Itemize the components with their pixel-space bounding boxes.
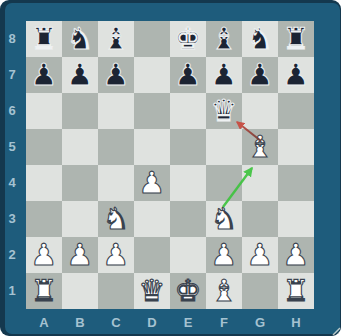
rank-label-1: 1 xyxy=(0,273,24,309)
rank-label-5: 5 xyxy=(0,129,24,165)
square-h5[interactable] xyxy=(278,129,314,165)
black-queen: ♛ xyxy=(211,96,238,126)
square-f1[interactable]: ♝ xyxy=(206,273,242,309)
square-g6[interactable] xyxy=(242,93,278,129)
square-e3[interactable] xyxy=(170,201,206,237)
white-rook: ♜ xyxy=(283,276,310,306)
square-a4[interactable] xyxy=(26,165,62,201)
square-g8[interactable]: ♞ xyxy=(242,21,278,57)
black-rook: ♜ xyxy=(31,24,58,54)
square-e1[interactable]: ♚ xyxy=(170,273,206,309)
square-d4[interactable]: ♟ xyxy=(134,165,170,201)
square-a5[interactable] xyxy=(26,129,62,165)
file-label-a: A xyxy=(26,310,62,336)
square-c5[interactable] xyxy=(98,129,134,165)
file-label-e: E xyxy=(170,310,206,336)
black-rook: ♜ xyxy=(283,24,310,54)
square-b2[interactable]: ♟ xyxy=(62,237,98,273)
square-e4[interactable] xyxy=(170,165,206,201)
black-pawn: ♟ xyxy=(175,60,202,90)
file-label-h: H xyxy=(278,310,314,336)
white-knight: ♞ xyxy=(103,204,130,234)
square-a7[interactable]: ♟ xyxy=(26,57,62,93)
white-pawn: ♟ xyxy=(283,240,310,270)
white-king: ♚ xyxy=(175,276,202,306)
rank-label-2: 2 xyxy=(0,237,24,273)
chess-board-widget: ♜♞♝♚♝♞♜♟♟♟♟♟♟♟♛♝♟♞♞♟♟♟♟♟♟♜♛♚♝♜ 87654321 … xyxy=(0,0,341,336)
square-c2[interactable]: ♟ xyxy=(98,237,134,273)
white-pawn: ♟ xyxy=(139,168,166,198)
white-queen: ♛ xyxy=(139,276,166,306)
rank-label-3: 3 xyxy=(0,201,24,237)
square-b8[interactable]: ♞ xyxy=(62,21,98,57)
chess-board[interactable]: ♜♞♝♚♝♞♜♟♟♟♟♟♟♟♛♝♟♞♞♟♟♟♟♟♟♜♛♚♝♜ xyxy=(26,21,314,309)
file-label-d: D xyxy=(134,310,170,336)
square-g1[interactable] xyxy=(242,273,278,309)
file-label-c: C xyxy=(98,310,134,336)
rank-label-6: 6 xyxy=(0,93,24,129)
square-c3[interactable]: ♞ xyxy=(98,201,134,237)
black-pawn: ♟ xyxy=(211,60,238,90)
white-rook: ♜ xyxy=(31,276,58,306)
black-pawn: ♟ xyxy=(103,60,130,90)
square-e2[interactable] xyxy=(170,237,206,273)
square-b1[interactable] xyxy=(62,273,98,309)
square-a8[interactable]: ♜ xyxy=(26,21,62,57)
square-d3[interactable] xyxy=(134,201,170,237)
square-f2[interactable]: ♟ xyxy=(206,237,242,273)
square-d7[interactable] xyxy=(134,57,170,93)
square-e5[interactable] xyxy=(170,129,206,165)
square-e7[interactable]: ♟ xyxy=(170,57,206,93)
white-pawn: ♟ xyxy=(103,240,130,270)
file-label-b: B xyxy=(62,310,98,336)
black-knight: ♞ xyxy=(247,24,274,54)
square-c7[interactable]: ♟ xyxy=(98,57,134,93)
square-d8[interactable] xyxy=(134,21,170,57)
square-h3[interactable] xyxy=(278,201,314,237)
square-d5[interactable] xyxy=(134,129,170,165)
white-pawn: ♟ xyxy=(31,240,58,270)
square-d6[interactable] xyxy=(134,93,170,129)
rank-label-4: 4 xyxy=(0,165,24,201)
white-pawn: ♟ xyxy=(67,240,94,270)
white-bishop: ♝ xyxy=(211,276,238,306)
square-f7[interactable]: ♟ xyxy=(206,57,242,93)
square-g2[interactable]: ♟ xyxy=(242,237,278,273)
square-g3[interactable] xyxy=(242,201,278,237)
black-king: ♚ xyxy=(175,24,202,54)
square-c6[interactable] xyxy=(98,93,134,129)
square-g5[interactable]: ♝ xyxy=(242,129,278,165)
square-d1[interactable]: ♛ xyxy=(134,273,170,309)
square-a2[interactable]: ♟ xyxy=(26,237,62,273)
square-c4[interactable] xyxy=(98,165,134,201)
white-pawn: ♟ xyxy=(247,240,274,270)
square-f6[interactable]: ♛ xyxy=(206,93,242,129)
square-a1[interactable]: ♜ xyxy=(26,273,62,309)
square-b7[interactable]: ♟ xyxy=(62,57,98,93)
square-h1[interactable]: ♜ xyxy=(278,273,314,309)
square-h6[interactable] xyxy=(278,93,314,129)
white-knight: ♞ xyxy=(211,204,238,234)
black-pawn: ♟ xyxy=(283,60,310,90)
square-a6[interactable] xyxy=(26,93,62,129)
black-pawn: ♟ xyxy=(31,60,58,90)
square-g7[interactable]: ♟ xyxy=(242,57,278,93)
square-g4[interactable] xyxy=(242,165,278,201)
file-label-f: F xyxy=(206,310,242,336)
square-a3[interactable] xyxy=(26,201,62,237)
black-pawn: ♟ xyxy=(247,60,274,90)
black-knight: ♞ xyxy=(67,24,94,54)
square-f8[interactable]: ♝ xyxy=(206,21,242,57)
square-b6[interactable] xyxy=(62,93,98,129)
square-b5[interactable] xyxy=(62,129,98,165)
square-f4[interactable] xyxy=(206,165,242,201)
square-c8[interactable]: ♝ xyxy=(98,21,134,57)
square-f5[interactable] xyxy=(206,129,242,165)
square-h2[interactable]: ♟ xyxy=(278,237,314,273)
square-e6[interactable] xyxy=(170,93,206,129)
square-f3[interactable]: ♞ xyxy=(206,201,242,237)
black-bishop: ♝ xyxy=(103,24,130,54)
rank-label-7: 7 xyxy=(0,57,24,93)
white-bishop: ♝ xyxy=(247,132,274,162)
square-c1[interactable] xyxy=(98,273,134,309)
square-h8[interactable]: ♜ xyxy=(278,21,314,57)
square-e8[interactable]: ♚ xyxy=(170,21,206,57)
rank-label-8: 8 xyxy=(0,21,24,57)
file-label-g: G xyxy=(242,310,278,336)
black-bishop: ♝ xyxy=(211,24,238,54)
square-b4[interactable] xyxy=(62,165,98,201)
square-b3[interactable] xyxy=(62,201,98,237)
black-pawn: ♟ xyxy=(67,60,94,90)
square-h4[interactable] xyxy=(278,165,314,201)
square-h7[interactable]: ♟ xyxy=(278,57,314,93)
square-d2[interactable] xyxy=(134,237,170,273)
white-pawn: ♟ xyxy=(211,240,238,270)
